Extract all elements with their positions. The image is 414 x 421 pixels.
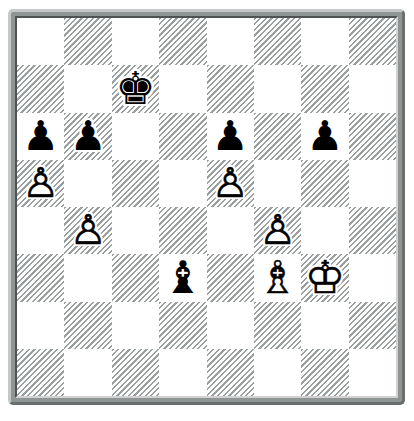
piece-glyph: ♟ <box>22 116 59 157</box>
piece-black-pawn-g6[interactable]: ♟♟ <box>307 116 344 157</box>
square-f4[interactable]: ♟♙ <box>254 207 301 254</box>
square-e2[interactable] <box>207 302 254 349</box>
square-d1[interactable] <box>159 349 206 396</box>
square-a1[interactable] <box>17 349 64 396</box>
square-g5[interactable] <box>301 160 348 207</box>
piece-glyph: ♙ <box>70 210 107 251</box>
square-b6[interactable]: ♟♟ <box>64 113 111 160</box>
piece-white-pawn-a5[interactable]: ♟♙ <box>22 163 59 204</box>
piece-glyph: ♙ <box>22 163 59 204</box>
square-h6[interactable] <box>349 113 396 160</box>
square-f1[interactable] <box>254 349 301 396</box>
square-c6[interactable] <box>112 113 159 160</box>
piece-glyph: ♗ <box>257 255 297 300</box>
square-d3[interactable]: ♝♝ <box>159 254 206 301</box>
square-b8[interactable] <box>64 18 111 65</box>
square-g1[interactable] <box>301 349 348 396</box>
square-f5[interactable] <box>254 160 301 207</box>
piece-black-pawn-a6[interactable]: ♟♟ <box>22 116 59 157</box>
square-c4[interactable] <box>112 207 159 254</box>
square-a2[interactable] <box>17 302 64 349</box>
square-f6[interactable] <box>254 113 301 160</box>
square-b1[interactable] <box>64 349 111 396</box>
piece-white-king-g3[interactable]: ♚♔ <box>305 255 345 300</box>
square-a7[interactable] <box>17 65 64 112</box>
square-h4[interactable] <box>349 207 396 254</box>
square-e4[interactable] <box>207 207 254 254</box>
square-e8[interactable] <box>207 18 254 65</box>
square-h8[interactable] <box>349 18 396 65</box>
square-a6[interactable]: ♟♟ <box>17 113 64 160</box>
square-h5[interactable] <box>349 160 396 207</box>
square-f2[interactable] <box>254 302 301 349</box>
board-inner-bevel: ♚♚♟♟♟♟♟♟♟♟♟♙♟♙♟♙♟♙♝♝♝♗♚♔ <box>15 16 398 398</box>
piece-white-bishop-f3[interactable]: ♝♗ <box>257 255 297 300</box>
square-h3[interactable] <box>349 254 396 301</box>
square-a3[interactable] <box>17 254 64 301</box>
square-c2[interactable] <box>112 302 159 349</box>
square-d5[interactable] <box>159 160 206 207</box>
square-e6[interactable]: ♟♟ <box>207 113 254 160</box>
square-f7[interactable] <box>254 65 301 112</box>
square-b2[interactable] <box>64 302 111 349</box>
piece-black-king-c7[interactable]: ♚♚ <box>115 66 155 111</box>
square-g3[interactable]: ♚♔ <box>301 254 348 301</box>
square-h7[interactable] <box>349 65 396 112</box>
square-c8[interactable] <box>112 18 159 65</box>
square-d8[interactable] <box>159 18 206 65</box>
square-c7[interactable]: ♚♚ <box>112 65 159 112</box>
piece-glyph: ♙ <box>259 210 296 251</box>
chess-board: ♚♚♟♟♟♟♟♟♟♟♟♙♟♙♟♙♟♙♝♝♝♗♚♔ <box>17 18 396 396</box>
square-c5[interactable] <box>112 160 159 207</box>
square-d6[interactable] <box>159 113 206 160</box>
board-frame: ♚♚♟♟♟♟♟♟♟♟♟♙♟♙♟♙♟♙♝♝♝♗♚♔ <box>8 9 405 405</box>
piece-white-pawn-f4[interactable]: ♟♙ <box>259 210 296 251</box>
square-f3[interactable]: ♝♗ <box>254 254 301 301</box>
square-e5[interactable]: ♟♙ <box>207 160 254 207</box>
square-g8[interactable] <box>301 18 348 65</box>
square-g2[interactable] <box>301 302 348 349</box>
square-e1[interactable] <box>207 349 254 396</box>
piece-black-pawn-e6[interactable]: ♟♟ <box>212 116 249 157</box>
piece-glyph: ♙ <box>212 163 249 204</box>
square-g6[interactable]: ♟♟ <box>301 113 348 160</box>
piece-glyph: ♝ <box>163 255 203 300</box>
piece-black-pawn-b6[interactable]: ♟♟ <box>70 116 107 157</box>
square-a4[interactable] <box>17 207 64 254</box>
square-d2[interactable] <box>159 302 206 349</box>
piece-black-bishop-d3[interactable]: ♝♝ <box>163 255 203 300</box>
square-f8[interactable] <box>254 18 301 65</box>
square-g4[interactable] <box>301 207 348 254</box>
piece-glyph: ♟ <box>307 116 344 157</box>
piece-glyph: ♟ <box>212 116 249 157</box>
piece-white-pawn-b4[interactable]: ♟♙ <box>70 210 107 251</box>
square-c1[interactable] <box>112 349 159 396</box>
square-a8[interactable] <box>17 18 64 65</box>
square-d4[interactable] <box>159 207 206 254</box>
square-e3[interactable] <box>207 254 254 301</box>
square-b7[interactable] <box>64 65 111 112</box>
square-b3[interactable] <box>64 254 111 301</box>
square-g7[interactable] <box>301 65 348 112</box>
chess-diagram: ♚♚♟♟♟♟♟♟♟♟♟♙♟♙♟♙♟♙♝♝♝♗♚♔ <box>0 0 414 421</box>
piece-white-pawn-e5[interactable]: ♟♙ <box>212 163 249 204</box>
piece-glyph: ♟ <box>70 116 107 157</box>
piece-glyph: ♚ <box>115 66 155 111</box>
square-c3[interactable] <box>112 254 159 301</box>
square-e7[interactable] <box>207 65 254 112</box>
square-a5[interactable]: ♟♙ <box>17 160 64 207</box>
square-d7[interactable] <box>159 65 206 112</box>
piece-glyph: ♔ <box>305 255 345 300</box>
square-h1[interactable] <box>349 349 396 396</box>
square-b5[interactable] <box>64 160 111 207</box>
square-b4[interactable]: ♟♙ <box>64 207 111 254</box>
square-h2[interactable] <box>349 302 396 349</box>
